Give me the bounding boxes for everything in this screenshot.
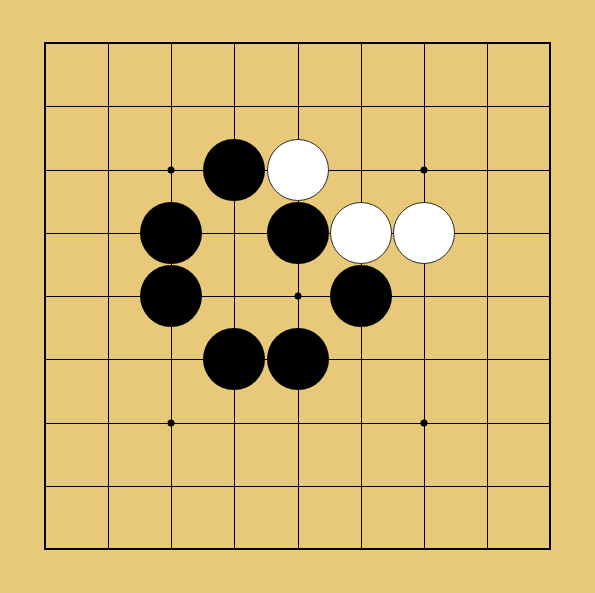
white-stone (393, 202, 455, 264)
white-stone (267, 139, 329, 201)
page-background (0, 0, 595, 593)
star-point (294, 293, 301, 300)
black-stone (140, 265, 202, 327)
grid-line-horizontal (45, 549, 550, 550)
white-stone (330, 202, 392, 264)
grid-line-vertical (487, 43, 488, 549)
black-stone (267, 202, 329, 264)
grid-line-horizontal (45, 486, 550, 487)
black-stone (203, 328, 265, 390)
go-board[interactable] (45, 43, 550, 549)
black-stone (140, 202, 202, 264)
black-stone (330, 265, 392, 327)
star-point (168, 166, 175, 173)
star-point (420, 419, 427, 426)
black-stone (267, 328, 329, 390)
grid-line-vertical (550, 43, 551, 549)
grid-line-vertical (424, 43, 425, 549)
star-point (420, 166, 427, 173)
grid-line-horizontal (45, 423, 550, 424)
star-point (168, 419, 175, 426)
black-stone (203, 139, 265, 201)
